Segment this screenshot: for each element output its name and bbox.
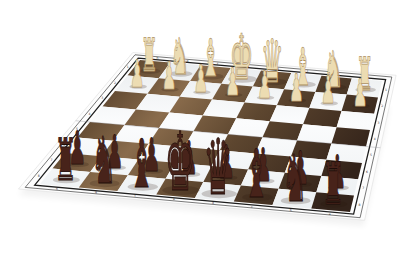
coordinate-label: 7 <box>50 158 52 162</box>
piece-white-pawn: ♟ <box>353 71 368 115</box>
coordinate-label: 4 <box>374 137 376 141</box>
piece-white-pawn: ♟ <box>321 68 336 112</box>
piece-black-bishop: ♝ <box>129 125 155 203</box>
piece-white-pawn: ♟ <box>289 66 304 110</box>
coordinate-label: 8 <box>38 174 40 178</box>
piece-white-pawn: ♟ <box>257 63 272 107</box>
coordinate-label: 3 <box>101 96 103 100</box>
piece-white-pawn: ♟ <box>194 57 209 101</box>
chess-set-product-photo: hhggffeeddccbbaa1122334455667788♜♞♝♚♛♝♞♜… <box>0 0 420 259</box>
piece-white-pawn: ♟ <box>225 60 240 104</box>
piece-black-king: ♚ <box>164 115 195 210</box>
coordinate-label: 1 <box>127 65 129 69</box>
piece-black-rook: ♜ <box>322 150 344 219</box>
coordinate-label: 8 <box>359 203 361 207</box>
piece-white-pawn: ♟ <box>162 54 177 98</box>
coordinate-label: 6 <box>366 170 368 174</box>
coordinate-label: 1 <box>385 88 387 92</box>
piece-black-knight: ♞ <box>282 141 307 216</box>
coordinate-label: 2 <box>114 81 116 85</box>
piece-black-rook: ♜ <box>54 125 76 194</box>
piece-black-queen: ♛ <box>203 122 233 212</box>
chessboard: hhggffeeddccbbaa1122334455667788♜♞♝♚♛♝♞♜… <box>0 0 420 259</box>
coordinate-label: 5 <box>370 153 372 157</box>
coordinate-label: 2 <box>381 104 383 108</box>
piece-black-knight: ♞ <box>91 124 116 199</box>
coordinate-label: 4 <box>89 112 91 116</box>
piece-white-pawn: ♟ <box>130 52 145 96</box>
coordinate-label: 7 <box>362 186 364 190</box>
coordinate-label: 3 <box>377 121 379 125</box>
piece-black-bishop: ♝ <box>244 135 270 213</box>
